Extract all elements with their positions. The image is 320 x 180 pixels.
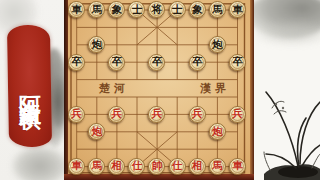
board-cell-4-4[interactable] bbox=[147, 71, 167, 88]
piece-P[interactable]: 兵 bbox=[189, 106, 206, 123]
board-cell-5-4[interactable] bbox=[147, 88, 167, 105]
piece-p[interactable]: 卒 bbox=[189, 54, 206, 71]
board-cell-4-6[interactable] bbox=[187, 71, 207, 88]
board-cell-6-0[interactable]: 兵 bbox=[67, 106, 87, 123]
board-cell-1-8[interactable] bbox=[227, 19, 247, 36]
board-cell-7-0[interactable] bbox=[67, 123, 87, 140]
piece-n[interactable]: 馬 bbox=[209, 1, 226, 18]
board-cell-2-3[interactable] bbox=[127, 36, 147, 53]
piece-P[interactable]: 兵 bbox=[68, 106, 85, 123]
board-cell-5-5[interactable] bbox=[167, 88, 187, 105]
piece-A[interactable]: 仕 bbox=[128, 158, 145, 175]
piece-p[interactable]: 卒 bbox=[148, 54, 165, 71]
piece-A[interactable]: 仕 bbox=[169, 158, 186, 175]
board-cell-3-8[interactable]: 卒 bbox=[227, 53, 247, 70]
board-cell-0-7[interactable]: 馬 bbox=[207, 1, 227, 18]
board-cell-6-4[interactable]: 兵 bbox=[147, 106, 167, 123]
piece-a[interactable]: 士 bbox=[128, 1, 145, 18]
board-cell-4-5[interactable] bbox=[167, 71, 187, 88]
board-cell-9-7[interactable]: 馬 bbox=[207, 158, 227, 175]
board-cell-1-3[interactable] bbox=[127, 19, 147, 36]
board-cell-1-4[interactable] bbox=[147, 19, 167, 36]
board-cell-0-3[interactable]: 士 bbox=[127, 1, 147, 18]
board-cell-9-0[interactable]: 車 bbox=[67, 158, 87, 175]
board-cell-6-7[interactable] bbox=[207, 106, 227, 123]
board-cell-3-5[interactable] bbox=[167, 53, 187, 70]
board-cell-3-2[interactable]: 卒 bbox=[107, 53, 127, 70]
board-cell-8-8[interactable] bbox=[227, 140, 247, 157]
board-cell-2-8[interactable] bbox=[227, 36, 247, 53]
mountain-ink-wash bbox=[252, 20, 320, 46]
board-cell-1-6[interactable] bbox=[187, 19, 207, 36]
board-cell-2-1[interactable]: 炮 bbox=[87, 36, 107, 53]
board-cell-0-4[interactable]: 将 bbox=[147, 1, 167, 18]
board-cell-8-7[interactable] bbox=[207, 140, 227, 157]
board-cell-9-3[interactable]: 仕 bbox=[127, 158, 147, 175]
piece-P[interactable]: 兵 bbox=[108, 106, 125, 123]
ink-painting-right bbox=[252, 0, 320, 180]
board-cell-6-5[interactable] bbox=[167, 106, 187, 123]
piece-b[interactable]: 象 bbox=[189, 1, 206, 18]
board-cell-9-4[interactable]: 帥 bbox=[147, 158, 167, 175]
piece-R[interactable]: 車 bbox=[229, 158, 246, 175]
board-cell-7-5[interactable] bbox=[167, 123, 187, 140]
board-cell-5-8[interactable] bbox=[227, 88, 247, 105]
board-cell-7-8[interactable] bbox=[227, 123, 247, 140]
board-cell-4-1[interactable] bbox=[87, 71, 107, 88]
board-cell-8-2[interactable] bbox=[107, 140, 127, 157]
xiangqi-board: 楚河 漢界 車馬象士将士象馬車炮炮卒卒卒卒卒兵兵兵兵兵炮炮車馬相仕帥仕相馬車 bbox=[64, 0, 254, 180]
piece-p[interactable]: 卒 bbox=[229, 54, 246, 71]
board-cell-3-3[interactable] bbox=[127, 53, 147, 70]
board-cell-0-6[interactable]: 象 bbox=[187, 1, 207, 18]
piece-N[interactable]: 馬 bbox=[88, 158, 105, 175]
board-cell-4-8[interactable] bbox=[227, 71, 247, 88]
piece-N[interactable]: 馬 bbox=[209, 158, 226, 175]
board-cell-9-2[interactable]: 相 bbox=[107, 158, 127, 175]
board-cell-1-5[interactable] bbox=[167, 19, 187, 36]
board-cell-5-3[interactable] bbox=[127, 88, 147, 105]
board-cell-4-2[interactable] bbox=[107, 71, 127, 88]
board-cell-6-2[interactable]: 兵 bbox=[107, 106, 127, 123]
ink-painting-left: 阿浩象棋 bbox=[0, 0, 66, 180]
piece-k[interactable]: 将 bbox=[148, 1, 165, 18]
board-cell-5-1[interactable] bbox=[87, 88, 107, 105]
piece-r[interactable]: 車 bbox=[229, 1, 246, 18]
board-cell-4-3[interactable] bbox=[127, 71, 147, 88]
board-cell-6-8[interactable]: 兵 bbox=[227, 106, 247, 123]
board-cell-6-3[interactable] bbox=[127, 106, 147, 123]
board-cell-1-1[interactable] bbox=[87, 19, 107, 36]
board-cell-6-6[interactable]: 兵 bbox=[187, 106, 207, 123]
piece-b[interactable]: 象 bbox=[108, 1, 125, 18]
piece-p[interactable]: 卒 bbox=[68, 54, 85, 71]
board-cell-1-2[interactable] bbox=[107, 19, 127, 36]
board-cell-8-1[interactable] bbox=[87, 140, 107, 157]
board-cell-3-6[interactable]: 卒 bbox=[187, 53, 207, 70]
board-cell-5-2[interactable] bbox=[107, 88, 127, 105]
piece-C[interactable]: 炮 bbox=[209, 123, 226, 140]
board-cell-7-7[interactable]: 炮 bbox=[207, 123, 227, 140]
board-cell-4-7[interactable] bbox=[207, 71, 227, 88]
board-cell-8-0[interactable] bbox=[67, 140, 87, 157]
board-cell-7-2[interactable] bbox=[107, 123, 127, 140]
board-cell-3-1[interactable] bbox=[87, 53, 107, 70]
board-cell-5-6[interactable] bbox=[187, 88, 207, 105]
board-cell-8-3[interactable] bbox=[127, 140, 147, 157]
ink-wash bbox=[12, 146, 66, 180]
board-cell-1-0[interactable] bbox=[67, 19, 87, 36]
board-cell-2-0[interactable] bbox=[67, 36, 87, 53]
piece-c[interactable]: 炮 bbox=[209, 36, 226, 53]
piece-P[interactable]: 兵 bbox=[148, 106, 165, 123]
channel-banner-text: 阿浩象棋 bbox=[14, 78, 44, 95]
board-cell-0-1[interactable]: 馬 bbox=[87, 1, 107, 18]
board-cell-9-5[interactable]: 仕 bbox=[167, 158, 187, 175]
board-cell-7-4[interactable] bbox=[147, 123, 167, 140]
piece-p[interactable]: 卒 bbox=[108, 54, 125, 71]
board-cell-5-7[interactable] bbox=[207, 88, 227, 105]
board-frame-right bbox=[250, 0, 254, 180]
board-cell-6-1[interactable] bbox=[87, 106, 107, 123]
piece-n[interactable]: 馬 bbox=[88, 1, 105, 18]
piece-K[interactable]: 帥 bbox=[148, 158, 165, 175]
piece-B[interactable]: 相 bbox=[108, 158, 125, 175]
board-cell-0-0[interactable]: 車 bbox=[67, 1, 87, 18]
board-cell-3-0[interactable]: 卒 bbox=[67, 53, 87, 70]
board-cell-3-7[interactable] bbox=[207, 53, 227, 70]
piece-B[interactable]: 相 bbox=[189, 158, 206, 175]
board-cell-0-2[interactable]: 象 bbox=[107, 1, 127, 18]
piece-a[interactable]: 士 bbox=[169, 1, 186, 18]
board-cell-7-6[interactable] bbox=[187, 123, 207, 140]
piece-C[interactable]: 炮 bbox=[88, 123, 105, 140]
board-cell-9-8[interactable]: 車 bbox=[227, 158, 247, 175]
piece-R[interactable]: 車 bbox=[68, 158, 85, 175]
board-cell-7-1[interactable]: 炮 bbox=[87, 123, 107, 140]
video-frame: 阿浩象棋 bbox=[0, 0, 320, 180]
board-cell-2-4[interactable] bbox=[147, 36, 167, 53]
board-cell-0-5[interactable]: 士 bbox=[167, 1, 187, 18]
orchid-ink-painting bbox=[252, 78, 320, 180]
piece-r[interactable]: 車 bbox=[68, 1, 85, 18]
piece-c[interactable]: 炮 bbox=[88, 36, 105, 53]
board-cell-2-6[interactable] bbox=[187, 36, 207, 53]
board-cell-8-5[interactable] bbox=[167, 140, 187, 157]
board-cell-3-4[interactable]: 卒 bbox=[147, 53, 167, 70]
board-cell-1-7[interactable] bbox=[207, 19, 227, 36]
board-cell-8-6[interactable] bbox=[187, 140, 207, 157]
board-cell-9-6[interactable]: 相 bbox=[187, 158, 207, 175]
board-grid: 車馬象士将士象馬車炮炮卒卒卒卒卒兵兵兵兵兵炮炮車馬相仕帥仕相馬車 bbox=[67, 1, 248, 175]
board-cell-2-7[interactable]: 炮 bbox=[207, 36, 227, 53]
piece-P[interactable]: 兵 bbox=[229, 106, 246, 123]
board-cell-7-3[interactable] bbox=[127, 123, 147, 140]
board-cell-9-1[interactable]: 馬 bbox=[87, 158, 107, 175]
board-cell-0-8[interactable]: 車 bbox=[227, 1, 247, 18]
board-cell-2-2[interactable] bbox=[107, 36, 127, 53]
board-cell-8-4[interactable] bbox=[147, 140, 167, 157]
board-cell-4-0[interactable] bbox=[67, 71, 87, 88]
channel-banner: 阿浩象棋 bbox=[7, 25, 52, 148]
board-cell-2-5[interactable] bbox=[167, 36, 187, 53]
board-cell-5-0[interactable] bbox=[67, 88, 87, 105]
